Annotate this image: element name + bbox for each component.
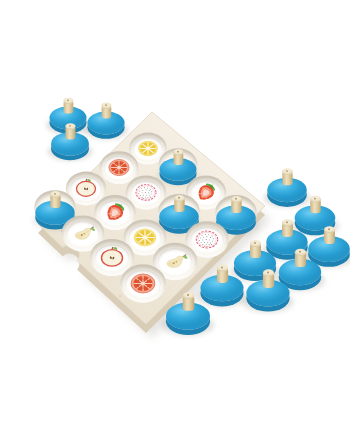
peg-knob-top <box>101 102 111 108</box>
peg-knob-top <box>50 190 60 197</box>
peg-knob-hole <box>286 170 288 172</box>
peg-knob-hole <box>177 150 179 152</box>
fruit-tile-orange <box>125 269 160 297</box>
peg-knob-top <box>249 239 260 246</box>
loose-peg-11[interactable] <box>246 271 289 312</box>
peg-knob-top <box>231 195 241 202</box>
peg-knob-top <box>182 291 194 298</box>
peg-knob-hole <box>54 192 56 194</box>
cell-r3c3-orange[interactable] <box>120 264 166 302</box>
peg-knob-top <box>216 264 227 271</box>
peg-knob-hole <box>178 196 180 198</box>
peg-knob-hole <box>235 197 237 199</box>
peg-knob-top <box>174 194 184 201</box>
peg-knob-top <box>294 248 305 255</box>
peg-knob-hole <box>328 228 330 230</box>
loose-peg-2[interactable] <box>87 104 124 139</box>
peg-knob-hole <box>267 271 269 273</box>
peg-knob-top <box>282 219 293 226</box>
scene <box>0 0 350 446</box>
orange-illustration <box>125 269 160 297</box>
peg-knob-hole <box>299 251 301 253</box>
loose-peg-3[interactable] <box>51 125 89 161</box>
peg-knob-hole <box>69 125 71 127</box>
loose-peg-12[interactable] <box>166 294 210 336</box>
peg-knob-top <box>324 226 335 233</box>
peg-knob-top <box>262 269 273 276</box>
peg-knob-hole <box>286 221 288 223</box>
peg-knob-top <box>173 148 183 154</box>
peg-knob-hole <box>105 104 107 106</box>
peg-knob-top <box>310 195 321 202</box>
peg-knob-hole <box>254 242 256 244</box>
peg-knob-top <box>63 97 73 103</box>
peg-knob-hole <box>314 198 316 200</box>
peg-knob-hole <box>221 266 223 268</box>
peg-knob-top <box>282 168 292 175</box>
peg-knob-top <box>65 123 75 129</box>
peg-knob-hole <box>187 294 189 296</box>
peg-knob-hole <box>67 99 69 101</box>
